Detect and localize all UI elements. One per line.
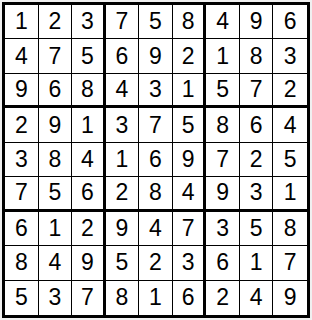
sudoku-cell-r2c1[interactable]: 4 [5,39,39,73]
sudoku-cell-r7c6[interactable]: 7 [173,212,207,246]
sudoku-cell-r6c5[interactable]: 8 [139,177,173,211]
sudoku-cell-r5c7[interactable]: 7 [206,143,240,177]
sudoku-cell-r7c5[interactable]: 4 [139,212,173,246]
sudoku-cell-r5c8[interactable]: 2 [240,143,274,177]
sudoku-cell-r3c4[interactable]: 4 [106,74,140,108]
sudoku-cell-r4c3[interactable]: 1 [72,108,106,142]
sudoku-cell-r5c3[interactable]: 4 [72,143,106,177]
sudoku-cell-r5c9[interactable]: 5 [273,143,307,177]
sudoku-cell-r3c2[interactable]: 6 [39,74,73,108]
sudoku-cell-r6c7[interactable]: 9 [206,177,240,211]
page: 1237584964756921839684315722913758643841… [0,0,312,320]
sudoku-cell-r7c3[interactable]: 2 [72,212,106,246]
sudoku-cell-r1c6[interactable]: 8 [173,5,207,39]
sudoku-cell-r4c7[interactable]: 8 [206,108,240,142]
sudoku-cell-r8c3[interactable]: 9 [72,246,106,280]
sudoku-cell-r4c5[interactable]: 7 [139,108,173,142]
sudoku-cell-r1c3[interactable]: 3 [72,5,106,39]
sudoku-cell-r9c7[interactable]: 2 [206,281,240,315]
sudoku-cell-r8c2[interactable]: 4 [39,246,73,280]
sudoku-cell-r3c1[interactable]: 9 [5,74,39,108]
sudoku-cell-r9c1[interactable]: 5 [5,281,39,315]
sudoku-cell-r4c8[interactable]: 6 [240,108,274,142]
sudoku-cell-r6c2[interactable]: 5 [39,177,73,211]
sudoku-cell-r3c5[interactable]: 3 [139,74,173,108]
sudoku-cell-r8c5[interactable]: 2 [139,246,173,280]
sudoku-cell-r1c1[interactable]: 1 [5,5,39,39]
sudoku-cell-r2c8[interactable]: 8 [240,39,274,73]
sudoku-cell-r7c4[interactable]: 9 [106,212,140,246]
sudoku-cell-r7c9[interactable]: 8 [273,212,307,246]
sudoku-cell-r8c7[interactable]: 6 [206,246,240,280]
sudoku-cell-r6c3[interactable]: 6 [72,177,106,211]
sudoku-cell-r4c1[interactable]: 2 [5,108,39,142]
sudoku-cell-r1c8[interactable]: 9 [240,5,274,39]
sudoku-cell-r5c5[interactable]: 6 [139,143,173,177]
sudoku-cell-r5c2[interactable]: 8 [39,143,73,177]
sudoku-cell-r6c8[interactable]: 3 [240,177,274,211]
sudoku-cell-r4c9[interactable]: 4 [273,108,307,142]
sudoku-cell-r5c6[interactable]: 9 [173,143,207,177]
sudoku-cell-r3c8[interactable]: 7 [240,74,274,108]
sudoku-cell-r7c1[interactable]: 6 [5,212,39,246]
sudoku-cell-r9c8[interactable]: 4 [240,281,274,315]
sudoku-cell-r9c5[interactable]: 1 [139,281,173,315]
sudoku-cell-r2c6[interactable]: 2 [173,39,207,73]
sudoku-cell-r3c9[interactable]: 2 [273,74,307,108]
sudoku-cell-r7c7[interactable]: 3 [206,212,240,246]
sudoku-cell-r1c4[interactable]: 7 [106,5,140,39]
sudoku-cell-r5c1[interactable]: 3 [5,143,39,177]
sudoku-cell-r3c6[interactable]: 1 [173,74,207,108]
sudoku-board: 1237584964756921839684315722913758643841… [2,2,310,318]
sudoku-cell-r2c2[interactable]: 7 [39,39,73,73]
sudoku-cell-r8c6[interactable]: 3 [173,246,207,280]
sudoku-cell-r8c8[interactable]: 1 [240,246,274,280]
sudoku-cell-r3c7[interactable]: 5 [206,74,240,108]
sudoku-cell-r2c3[interactable]: 5 [72,39,106,73]
sudoku-cell-r4c6[interactable]: 5 [173,108,207,142]
sudoku-cell-r2c7[interactable]: 1 [206,39,240,73]
sudoku-cell-r4c2[interactable]: 9 [39,108,73,142]
sudoku-cell-r2c9[interactable]: 3 [273,39,307,73]
sudoku-cell-r9c4[interactable]: 8 [106,281,140,315]
sudoku-cell-r1c2[interactable]: 2 [39,5,73,39]
sudoku-cell-r2c5[interactable]: 9 [139,39,173,73]
sudoku-cell-r6c6[interactable]: 4 [173,177,207,211]
sudoku-cell-r1c5[interactable]: 5 [139,5,173,39]
sudoku-cell-r9c2[interactable]: 3 [39,281,73,315]
sudoku-cell-r2c4[interactable]: 6 [106,39,140,73]
sudoku-cell-r8c1[interactable]: 8 [5,246,39,280]
sudoku-cell-r8c9[interactable]: 7 [273,246,307,280]
sudoku-cell-r1c9[interactable]: 6 [273,5,307,39]
sudoku-cell-r3c3[interactable]: 8 [72,74,106,108]
sudoku-cell-r7c2[interactable]: 1 [39,212,73,246]
sudoku-cell-r6c1[interactable]: 7 [5,177,39,211]
sudoku-cell-r6c4[interactable]: 2 [106,177,140,211]
sudoku-cell-r8c4[interactable]: 5 [106,246,140,280]
sudoku-cell-r9c6[interactable]: 6 [173,281,207,315]
sudoku-cell-r4c4[interactable]: 3 [106,108,140,142]
sudoku-cell-r6c9[interactable]: 1 [273,177,307,211]
sudoku-cell-r1c7[interactable]: 4 [206,5,240,39]
sudoku-cell-r7c8[interactable]: 5 [240,212,274,246]
sudoku-cell-r9c9[interactable]: 9 [273,281,307,315]
sudoku-cell-r5c4[interactable]: 1 [106,143,140,177]
sudoku-cell-r9c3[interactable]: 7 [72,281,106,315]
